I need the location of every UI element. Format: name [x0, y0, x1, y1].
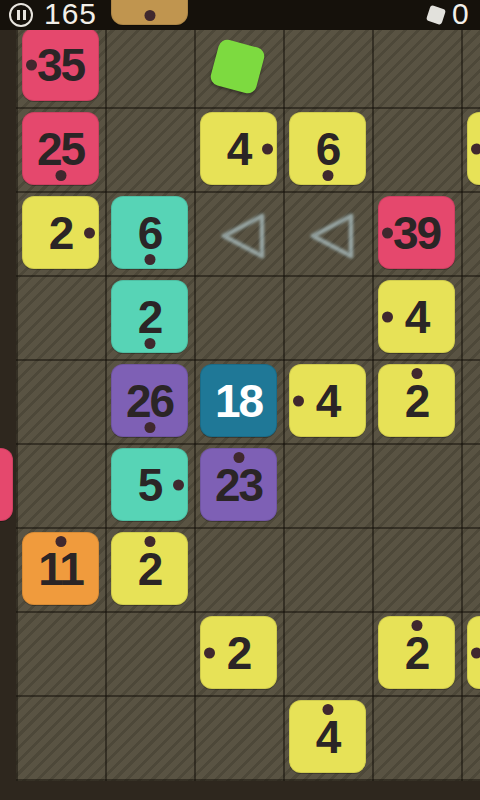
tile-r8c5-2[interactable]: 2	[378, 616, 455, 689]
merge-direction-dot	[233, 452, 244, 463]
tile-r3c1-2[interactable]: 2	[22, 196, 99, 269]
tile-r7c2-2[interactable]: 2	[111, 532, 188, 605]
blocks-count: 0	[452, 0, 469, 31]
merge-direction-dot	[382, 311, 393, 322]
merge-direction-dot	[411, 368, 422, 379]
tile-value: 2	[138, 546, 162, 592]
tile-value: 4	[227, 126, 251, 172]
tile-value: 2	[227, 630, 251, 676]
tile-value: 39	[393, 210, 440, 256]
tile-value: 35	[37, 42, 84, 88]
tile-r2c6[interactable]	[467, 112, 480, 185]
tile-r4c2-2[interactable]: 2	[111, 280, 188, 353]
merge-direction-dot	[293, 395, 304, 406]
tile-r8c3-2[interactable]: 2	[200, 616, 277, 689]
score-value: 165	[44, 0, 97, 31]
merge-direction-dot	[322, 704, 333, 715]
tile-value: 2	[49, 210, 73, 256]
merge-direction-dot	[55, 170, 66, 181]
peek-tile-top[interactable]	[111, 0, 188, 25]
tile-r5c4-4[interactable]: 4	[289, 364, 366, 437]
tile-r6c3-23[interactable]: 23	[200, 448, 277, 521]
merge-direction-dot	[26, 59, 37, 70]
merge-direction-dot	[144, 536, 155, 547]
merge-direction-dot	[471, 647, 480, 658]
tile-r2c3-4[interactable]: 4	[200, 112, 277, 185]
merge-direction-dot	[55, 536, 66, 547]
merge-direction-dot	[411, 620, 422, 631]
merge-direction-dot	[173, 479, 184, 490]
merge-direction-dot	[144, 422, 155, 433]
pause-icon	[23, 10, 26, 20]
tile-value: 6	[316, 126, 340, 172]
tile-value: 2	[405, 378, 429, 424]
tile-r4c5-4[interactable]: 4	[378, 280, 455, 353]
tile-value: 26	[126, 378, 173, 424]
pause-icon	[17, 10, 20, 20]
tile-value: 2	[138, 294, 162, 340]
tile-r8c6[interactable]	[467, 616, 480, 689]
tile-r1c1-35[interactable]: 35	[22, 28, 99, 101]
merge-direction-dot	[144, 254, 155, 265]
tile-r2c4-6[interactable]: 6	[289, 112, 366, 185]
merge-direction-dot	[471, 143, 480, 154]
game-board[interactable]: 352546263924261842523112224	[16, 23, 480, 781]
tile-r9c4-4[interactable]: 4	[289, 700, 366, 773]
tile-value: 18	[215, 378, 262, 424]
tile-r5c2-26[interactable]: 26	[111, 364, 188, 437]
merge-direction-dot	[204, 647, 215, 658]
pause-button[interactable]	[9, 3, 33, 27]
tile-r3c2-6[interactable]: 6	[111, 196, 188, 269]
tile-r2c1-25[interactable]: 25	[22, 112, 99, 185]
tile-value: 11	[38, 546, 83, 592]
ghost-left-arrow-icon	[216, 211, 272, 265]
tile-r6c2-5[interactable]: 5	[111, 448, 188, 521]
tile-r5c3-18[interactable]: 18	[200, 364, 277, 437]
tile-r3c5-39[interactable]: 39	[378, 196, 455, 269]
tile-value: 5	[138, 462, 162, 508]
tile-r5c5-2[interactable]: 2	[378, 364, 455, 437]
merge-direction-dot	[144, 338, 155, 349]
tile-value: 4	[405, 294, 429, 340]
edge-tile-left[interactable]	[0, 448, 13, 521]
merge-direction-dot	[382, 227, 393, 238]
tile-value: 25	[37, 126, 84, 172]
tile-value: 6	[138, 210, 162, 256]
merge-direction-dot	[84, 227, 95, 238]
tile-value: 4	[316, 378, 340, 424]
tile-value: 2	[405, 630, 429, 676]
merge-direction-dot	[262, 143, 273, 154]
merge-direction-dot	[144, 10, 155, 21]
tile-value: 4	[316, 714, 340, 760]
merge-direction-dot	[322, 170, 333, 181]
tile-r7c1-11[interactable]: 11	[22, 532, 99, 605]
ghost-left-arrow-icon	[305, 211, 361, 265]
tile-value: 23	[215, 462, 262, 508]
